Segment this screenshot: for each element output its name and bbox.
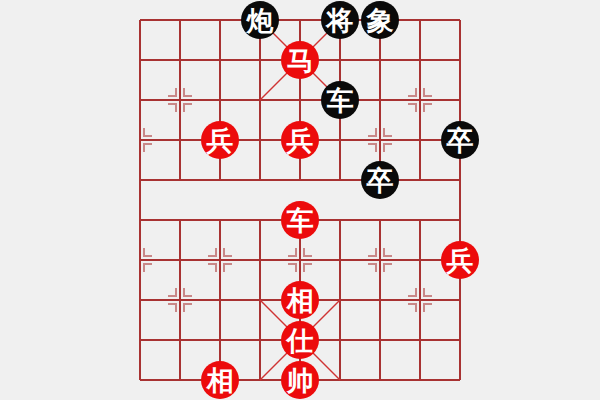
board-point-c3[interactable] bbox=[200, 280, 240, 320]
board-point-g2[interactable] bbox=[360, 320, 400, 360]
board-point-i3[interactable] bbox=[440, 280, 480, 320]
board-point-a1[interactable] bbox=[120, 360, 160, 400]
red-general[interactable]: 帅 bbox=[281, 361, 319, 399]
board-point-b3[interactable] bbox=[160, 280, 200, 320]
board-point-h4[interactable] bbox=[400, 240, 440, 280]
board-point-g8[interactable] bbox=[360, 80, 400, 120]
board-point-d10[interactable]: 炮 bbox=[240, 0, 280, 40]
board-point-c8[interactable] bbox=[200, 80, 240, 120]
board-point-b10[interactable] bbox=[160, 0, 200, 40]
board-point-e8[interactable] bbox=[280, 80, 320, 120]
black-soldier[interactable]: 卒 bbox=[441, 121, 479, 159]
board-point-f5[interactable] bbox=[320, 200, 360, 240]
board-point-e10[interactable] bbox=[280, 0, 320, 40]
board-point-a4[interactable] bbox=[120, 240, 160, 280]
black-general[interactable]: 将 bbox=[321, 1, 359, 39]
board-point-g3[interactable] bbox=[360, 280, 400, 320]
board-point-i4[interactable]: 兵 bbox=[440, 240, 480, 280]
board-point-e9[interactable]: 马 bbox=[280, 40, 320, 80]
board-point-a6[interactable] bbox=[120, 160, 160, 200]
board-point-e1[interactable]: 帅 bbox=[280, 360, 320, 400]
board-point-a7[interactable] bbox=[120, 120, 160, 160]
board-point-f10[interactable]: 将 bbox=[320, 0, 360, 40]
board-point-d9[interactable] bbox=[240, 40, 280, 80]
board-point-g6[interactable]: 卒 bbox=[360, 160, 400, 200]
red-elephant[interactable]: 相 bbox=[281, 281, 319, 319]
board-point-f4[interactable] bbox=[320, 240, 360, 280]
black-soldier[interactable]: 卒 bbox=[361, 161, 399, 199]
board-point-c6[interactable] bbox=[200, 160, 240, 200]
board-point-d8[interactable] bbox=[240, 80, 280, 120]
board-point-f1[interactable] bbox=[320, 360, 360, 400]
board-point-e7[interactable]: 兵 bbox=[280, 120, 320, 160]
board-point-i10[interactable] bbox=[440, 0, 480, 40]
board-point-f2[interactable] bbox=[320, 320, 360, 360]
board-point-h7[interactable] bbox=[400, 120, 440, 160]
board-point-i7[interactable]: 卒 bbox=[440, 120, 480, 160]
board-point-b9[interactable] bbox=[160, 40, 200, 80]
board-point-h2[interactable] bbox=[400, 320, 440, 360]
board-point-h9[interactable] bbox=[400, 40, 440, 80]
red-horse[interactable]: 马 bbox=[281, 41, 319, 79]
board-point-b1[interactable] bbox=[160, 360, 200, 400]
black-elephant[interactable]: 象 bbox=[361, 1, 399, 39]
board-point-i8[interactable] bbox=[440, 80, 480, 120]
board-point-c9[interactable] bbox=[200, 40, 240, 80]
red-advisor[interactable]: 仕 bbox=[281, 321, 319, 359]
board-point-b8[interactable] bbox=[160, 80, 200, 120]
board-point-a2[interactable] bbox=[120, 320, 160, 360]
board-point-f8[interactable]: 车 bbox=[320, 80, 360, 120]
board-point-d1[interactable] bbox=[240, 360, 280, 400]
black-chariot[interactable]: 车 bbox=[321, 81, 359, 119]
board-point-e2[interactable]: 仕 bbox=[280, 320, 320, 360]
board-point-c7[interactable]: 兵 bbox=[200, 120, 240, 160]
board-point-e3[interactable]: 相 bbox=[280, 280, 320, 320]
board-point-h8[interactable] bbox=[400, 80, 440, 120]
board-point-h10[interactable] bbox=[400, 0, 440, 40]
board-point-c1[interactable]: 相 bbox=[200, 360, 240, 400]
board-point-g9[interactable] bbox=[360, 40, 400, 80]
board-point-h5[interactable] bbox=[400, 200, 440, 240]
board-point-b5[interactable] bbox=[160, 200, 200, 240]
red-elephant[interactable]: 相 bbox=[201, 361, 239, 399]
xiangqi-board-grid: 炮将象马车兵兵卒卒车兵相仕相帅 bbox=[120, 0, 480, 400]
board-point-a3[interactable] bbox=[120, 280, 160, 320]
board-point-c2[interactable] bbox=[200, 320, 240, 360]
board-point-a9[interactable] bbox=[120, 40, 160, 80]
board-point-d5[interactable] bbox=[240, 200, 280, 240]
board-point-f7[interactable] bbox=[320, 120, 360, 160]
board-point-i5[interactable] bbox=[440, 200, 480, 240]
board-point-d3[interactable] bbox=[240, 280, 280, 320]
board-point-a8[interactable] bbox=[120, 80, 160, 120]
board-point-i9[interactable] bbox=[440, 40, 480, 80]
board-point-b4[interactable] bbox=[160, 240, 200, 280]
board-point-g5[interactable] bbox=[360, 200, 400, 240]
board-point-d6[interactable] bbox=[240, 160, 280, 200]
board-point-c10[interactable] bbox=[200, 0, 240, 40]
board-point-a10[interactable] bbox=[120, 0, 160, 40]
board-point-g7[interactable] bbox=[360, 120, 400, 160]
board-point-b7[interactable] bbox=[160, 120, 200, 160]
black-cannon[interactable]: 炮 bbox=[241, 1, 279, 39]
red-soldier[interactable]: 兵 bbox=[441, 241, 479, 279]
board-point-c4[interactable] bbox=[200, 240, 240, 280]
board-point-i6[interactable] bbox=[440, 160, 480, 200]
red-chariot[interactable]: 车 bbox=[281, 201, 319, 239]
board-point-b6[interactable] bbox=[160, 160, 200, 200]
board-point-d4[interactable] bbox=[240, 240, 280, 280]
board-point-g10[interactable]: 象 bbox=[360, 0, 400, 40]
board-point-i2[interactable] bbox=[440, 320, 480, 360]
board-point-f9[interactable] bbox=[320, 40, 360, 80]
board-point-g1[interactable] bbox=[360, 360, 400, 400]
board-point-d7[interactable] bbox=[240, 120, 280, 160]
board-point-a5[interactable] bbox=[120, 200, 160, 240]
board-point-g4[interactable] bbox=[360, 240, 400, 280]
board-point-i1[interactable] bbox=[440, 360, 480, 400]
board-point-e6[interactable] bbox=[280, 160, 320, 200]
board-point-h1[interactable] bbox=[400, 360, 440, 400]
board-point-c5[interactable] bbox=[200, 200, 240, 240]
red-soldier[interactable]: 兵 bbox=[201, 121, 239, 159]
board-point-d2[interactable] bbox=[240, 320, 280, 360]
board-point-e4[interactable] bbox=[280, 240, 320, 280]
board-point-h6[interactable] bbox=[400, 160, 440, 200]
board-point-b2[interactable] bbox=[160, 320, 200, 360]
board-point-f6[interactable] bbox=[320, 160, 360, 200]
board-point-e5[interactable]: 车 bbox=[280, 200, 320, 240]
board-point-f3[interactable] bbox=[320, 280, 360, 320]
board-point-h3[interactable] bbox=[400, 280, 440, 320]
xiangqi-app-canvas: 炮将象马车兵兵卒卒车兵相仕相帅 bbox=[0, 0, 600, 400]
red-soldier[interactable]: 兵 bbox=[281, 121, 319, 159]
